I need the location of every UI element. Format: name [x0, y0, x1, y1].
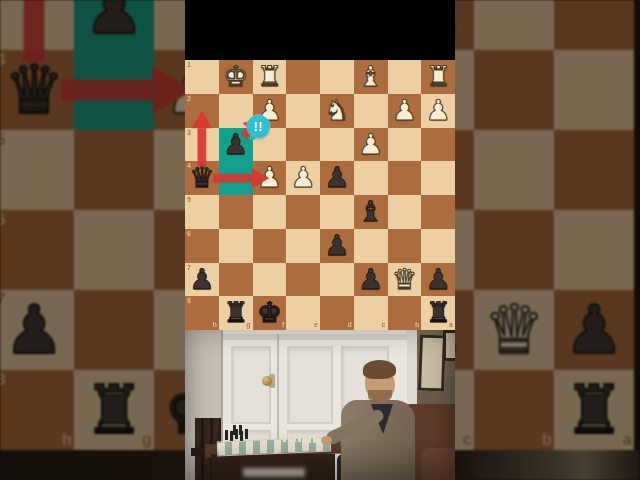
white-rook-f1: ♜ [253, 60, 287, 94]
square-b6 [388, 229, 422, 263]
square-h8: 8h [185, 296, 219, 330]
square-d5 [320, 195, 354, 229]
square-c3: ♟ [354, 128, 388, 162]
file-label-c: c [382, 322, 386, 329]
player-photo [185, 330, 455, 480]
square-d6: ♟ [320, 229, 354, 263]
square-a7: ♟ [421, 263, 455, 297]
square-h7: 7♟ [185, 263, 219, 297]
rank-label-3: 3 [187, 130, 191, 137]
square-c7: ♟ [354, 263, 388, 297]
square-c6 [354, 229, 388, 263]
square-a4 [421, 161, 455, 195]
black-pawn-a7: ♟ [421, 263, 455, 297]
rank-label-6: 6 [187, 231, 191, 238]
white-rook-a1: ♜ [421, 60, 455, 94]
square-d2: ♞ [320, 94, 354, 128]
black-pawn-h7: ♟ [185, 263, 219, 297]
square-e3 [286, 128, 320, 162]
white-bishop-c1: ♝ [354, 60, 388, 94]
rank-label-2: 2 [187, 96, 191, 103]
white-pawn-f4: ♟ [253, 161, 287, 195]
black-pawn-g3: ♟ [219, 128, 253, 162]
square-c5: ♝ [354, 195, 388, 229]
square-h4: 4♛ [185, 161, 219, 195]
square-e6 [286, 229, 320, 263]
square-a8: a♜ [421, 296, 455, 330]
square-a5 [421, 195, 455, 229]
square-g5 [219, 195, 253, 229]
white-pawn-e4: ♟ [286, 161, 320, 195]
black-rook-g8: ♜ [219, 296, 253, 330]
square-a3 [421, 128, 455, 162]
square-g3: ♟ [219, 128, 253, 162]
square-g6 [219, 229, 253, 263]
square-c8: c [354, 296, 388, 330]
video-screenshot: 1♚♜♝♜2♟♞♟♟3♟♟4♛♟♟♟5♝6♟7♟♟♛♟8hg♜f♚edcba♜ … [0, 0, 640, 480]
white-pawn-c3: ♟ [354, 128, 388, 162]
square-g4 [219, 161, 253, 195]
black-bishop-c5: ♝ [354, 195, 388, 229]
square-e5 [286, 195, 320, 229]
square-h6: 6 [185, 229, 219, 263]
square-c2 [354, 94, 388, 128]
white-king-g1: ♚ [219, 60, 253, 94]
square-e8: e [286, 296, 320, 330]
black-pawn-d4: ♟ [320, 161, 354, 195]
square-f6 [253, 229, 287, 263]
video-frame[interactable]: 1♚♜♝♜2♟♞♟♟3♟♟4♛♟♟♟5♝6♟7♟♟♛♟8hg♜f♚edcba♜!… [185, 0, 455, 480]
square-f1: ♜ [253, 60, 287, 94]
square-a1: ♜ [421, 60, 455, 94]
white-knight-d2: ♞ [320, 94, 354, 128]
square-h1: 1 [185, 60, 219, 94]
black-rook-a8: ♜ [421, 296, 455, 330]
square-g7 [219, 263, 253, 297]
square-f7 [253, 263, 287, 297]
square-b7: ♛ [388, 263, 422, 297]
letterbox-top [185, 0, 455, 60]
square-c1: ♝ [354, 60, 388, 94]
brilliant-move-badge: !! [247, 115, 270, 138]
square-g1: ♚ [219, 60, 253, 94]
square-d8: d [320, 296, 354, 330]
file-label-e: e [314, 322, 318, 329]
square-b8: b [388, 296, 422, 330]
square-d7 [320, 263, 354, 297]
rank-label-8: 8 [187, 298, 191, 305]
photo-vignette [185, 330, 455, 480]
square-e1 [286, 60, 320, 94]
file-label-h: h [212, 322, 216, 329]
analysis-board: 1♚♜♝♜2♟♞♟♟3♟♟4♛♟♟♟5♝6♟7♟♟♛♟8hg♜f♚edcba♜!… [185, 60, 455, 330]
square-a2: ♟ [421, 94, 455, 128]
black-queen-h4: ♛ [185, 161, 219, 195]
file-label-d: d [347, 322, 351, 329]
square-c4 [354, 161, 388, 195]
square-h3: 3 [185, 128, 219, 162]
square-f5 [253, 195, 287, 229]
square-b4 [388, 161, 422, 195]
black-king-f8: ♚ [253, 296, 287, 330]
white-pawn-b2: ♟ [388, 94, 422, 128]
square-b5 [388, 195, 422, 229]
square-f8: f♚ [253, 296, 287, 330]
square-h5: 5 [185, 195, 219, 229]
square-d4: ♟ [320, 161, 354, 195]
square-e2 [286, 94, 320, 128]
square-a6 [421, 229, 455, 263]
rank-label-5: 5 [187, 197, 191, 204]
white-pawn-a2: ♟ [421, 94, 455, 128]
black-pawn-d6: ♟ [320, 229, 354, 263]
white-queen-b7: ♛ [388, 263, 422, 297]
black-pawn-c7: ♟ [354, 263, 388, 297]
square-e7 [286, 263, 320, 297]
square-b2: ♟ [388, 94, 422, 128]
square-b1 [388, 60, 422, 94]
square-b3 [388, 128, 422, 162]
square-d1 [320, 60, 354, 94]
square-e4: ♟ [286, 161, 320, 195]
square-f4: ♟ [253, 161, 287, 195]
rank-label-1: 1 [187, 62, 191, 69]
square-d3 [320, 128, 354, 162]
file-label-b: b [415, 322, 419, 329]
square-g8: g♜ [219, 296, 253, 330]
square-h2: 2 [185, 94, 219, 128]
